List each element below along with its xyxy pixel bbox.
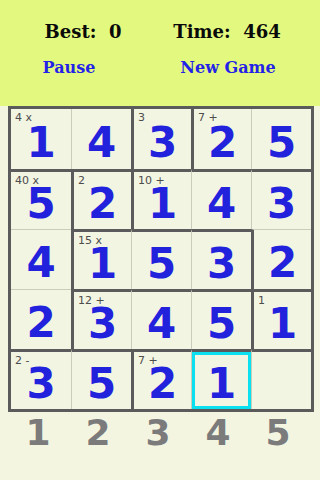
numpad-button-5[interactable]: 5 (248, 413, 308, 453)
cell-value: 3 (148, 122, 177, 164)
grid-cell-r4c2[interactable]: 7 +2 (131, 349, 191, 409)
cell-value: 1 (207, 363, 236, 405)
grid-cell-r1c4[interactable]: 3 (251, 169, 311, 229)
cage-clue: 7 + (198, 111, 218, 124)
kenken-app-screen: Best: 0 Time: 464 Pause New Game 4 x1433… (0, 0, 320, 480)
new-game-button[interactable]: New Game (180, 58, 275, 77)
cell-value: 3 (88, 303, 117, 345)
numpad-button-1[interactable]: 1 (8, 413, 68, 453)
grid-cell-r4c4[interactable] (251, 349, 311, 409)
grid-cell-r0c1[interactable]: 4 (71, 109, 131, 169)
cell-value: 1 (148, 183, 177, 225)
cage-clue: 2 (78, 174, 85, 187)
cell-value: 5 (87, 363, 116, 405)
timer-label: Time: 464 (173, 21, 280, 42)
numpad-button-4[interactable]: 4 (188, 413, 248, 453)
grid-cell-r1c0[interactable]: 40 x5 (11, 169, 71, 229)
cell-value: 2 (88, 183, 117, 225)
grid-cell-r0c4[interactable]: 5 (251, 109, 311, 169)
cage-clue: 1 (258, 294, 265, 307)
cage-clue: 12 + (78, 294, 105, 307)
grid-cell-r4c3[interactable]: 1 (191, 349, 251, 409)
cell-value: 3 (267, 183, 296, 225)
cell-value: 1 (88, 243, 117, 285)
numpad-button-3[interactable]: 3 (128, 413, 188, 453)
grid-cell-r3c1[interactable]: 12 +3 (71, 289, 131, 349)
grid-cell-r2c1[interactable]: 15 x1 (71, 229, 131, 289)
grid-cell-r4c0[interactable]: 2 -3 (11, 349, 71, 409)
grid-cell-r1c1[interactable]: 22 (71, 169, 131, 229)
grid-cell-r2c0[interactable]: 4 (11, 229, 71, 289)
cage-clue: 40 x (15, 174, 39, 187)
cell-value: 4 (147, 303, 176, 345)
grid-cell-r3c3[interactable]: 5 (191, 289, 251, 349)
grid-cell-r4c1[interactable]: 5 (71, 349, 131, 409)
cell-value: 5 (267, 122, 296, 164)
grid-cell-r2c3[interactable]: 3 (191, 229, 251, 289)
grid-cell-r2c2[interactable]: 5 (131, 229, 191, 289)
header-bar: Best: 0 Time: 464 Pause New Game (0, 0, 320, 106)
cell-value: 5 (147, 243, 176, 285)
cage-clue: 4 x (15, 111, 32, 124)
cell-value: 3 (207, 243, 236, 285)
grid-cell-r1c3[interactable]: 4 (191, 169, 251, 229)
grid-cell-r2c4[interactable]: 2 (251, 229, 311, 289)
grid-cell-r0c0[interactable]: 4 x1 (11, 109, 71, 169)
cell-value: 1 (268, 303, 297, 345)
cage-clue: 15 x (78, 234, 102, 247)
cell-value: 4 (26, 242, 55, 284)
grid-cell-r3c4[interactable]: 11 (251, 289, 311, 349)
cell-value: 5 (26, 183, 55, 225)
cage-clue: 10 + (138, 174, 165, 187)
cell-value: 2 (148, 363, 177, 405)
cell-value: 2 (26, 302, 55, 344)
cell-value: 2 (268, 242, 297, 284)
cell-value: 1 (26, 122, 55, 164)
cage-clue: 3 (138, 111, 145, 124)
grid-cell-r0c3[interactable]: 7 +2 (191, 109, 251, 169)
cell-value: 4 (87, 122, 116, 164)
cage-clue: 7 + (138, 354, 158, 367)
grid-cell-r0c2[interactable]: 33 (131, 109, 191, 169)
pause-button[interactable]: Pause (43, 58, 96, 77)
cell-value: 4 (207, 183, 236, 225)
numpad-button-2[interactable]: 2 (68, 413, 128, 453)
grid-cell-r3c0[interactable]: 2 (11, 289, 71, 349)
cell-value: 3 (26, 363, 55, 405)
grid-cell-r1c2[interactable]: 10 +1 (131, 169, 191, 229)
cell-value: 5 (207, 303, 236, 345)
cell-value: 2 (208, 122, 237, 164)
best-score-label: Best: 0 (45, 21, 122, 42)
grid-cell-r3c2[interactable]: 4 (131, 289, 191, 349)
number-pad: 12345 (8, 413, 314, 453)
cage-clue: 2 - (15, 354, 29, 367)
kenken-board: 4 x14337 +2540 x52210 +143415 x1532212 +… (8, 106, 314, 412)
